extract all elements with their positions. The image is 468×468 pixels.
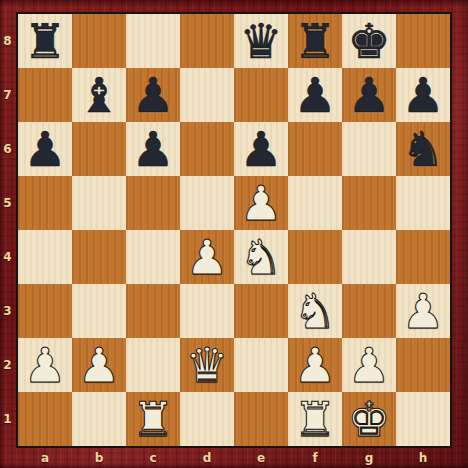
black-pawn: ♟: [401, 71, 444, 119]
square-a4[interactable]: [18, 230, 72, 284]
square-b1[interactable]: [72, 392, 126, 446]
square-e2[interactable]: [234, 338, 288, 392]
square-b4[interactable]: [72, 230, 126, 284]
square-a1[interactable]: [18, 392, 72, 446]
square-f5[interactable]: [288, 176, 342, 230]
rank-label-3: 3: [0, 303, 15, 319]
file-label-g: g: [357, 450, 381, 466]
black-pawn: ♟: [293, 71, 336, 119]
file-label-b: b: [87, 450, 111, 466]
white-rook: ♜: [293, 395, 336, 443]
square-e8[interactable]: ♛: [234, 14, 288, 68]
square-f7[interactable]: ♟: [288, 68, 342, 122]
black-rook: ♜: [23, 17, 66, 65]
file-label-a: a: [33, 450, 57, 466]
square-d7[interactable]: [180, 68, 234, 122]
square-f2[interactable]: ♟: [288, 338, 342, 392]
square-c4[interactable]: [126, 230, 180, 284]
square-f1[interactable]: ♜: [288, 392, 342, 446]
white-queen: ♛: [185, 341, 228, 389]
square-e7[interactable]: [234, 68, 288, 122]
square-e6[interactable]: ♟: [234, 122, 288, 176]
square-f3[interactable]: ♞: [288, 284, 342, 338]
white-knight: ♞: [239, 233, 282, 281]
board-frame: 87654321 abcdefgh ♜♛♜♚♝♟♟♟♟♟♟♟♞♟♟♞♞♟♟♟♛♟…: [0, 0, 468, 468]
square-c7[interactable]: ♟: [126, 68, 180, 122]
file-label-f: f: [303, 450, 327, 466]
square-h2[interactable]: [396, 338, 450, 392]
rank-label-5: 5: [0, 195, 15, 211]
square-d1[interactable]: [180, 392, 234, 446]
square-e4[interactable]: ♞: [234, 230, 288, 284]
square-a3[interactable]: [18, 284, 72, 338]
square-c3[interactable]: [126, 284, 180, 338]
square-b2[interactable]: ♟: [72, 338, 126, 392]
square-d4[interactable]: ♟: [180, 230, 234, 284]
board-outline: ♜♛♜♚♝♟♟♟♟♟♟♟♞♟♟♞♞♟♟♟♛♟♟♜♜♚: [16, 12, 452, 448]
chess-board: ♜♛♜♚♝♟♟♟♟♟♟♟♞♟♟♞♞♟♟♟♛♟♟♜♜♚: [18, 14, 450, 446]
white-pawn: ♟: [239, 179, 282, 227]
black-queen: ♛: [239, 17, 282, 65]
white-rook: ♜: [131, 395, 174, 443]
square-g3[interactable]: [342, 284, 396, 338]
square-a6[interactable]: ♟: [18, 122, 72, 176]
square-d3[interactable]: [180, 284, 234, 338]
square-h7[interactable]: ♟: [396, 68, 450, 122]
square-c8[interactable]: [126, 14, 180, 68]
file-label-e: e: [249, 450, 273, 466]
rank-label-4: 4: [0, 249, 15, 265]
square-g2[interactable]: ♟: [342, 338, 396, 392]
white-king: ♚: [347, 395, 390, 443]
square-d5[interactable]: [180, 176, 234, 230]
black-rook: ♜: [293, 17, 336, 65]
square-a5[interactable]: [18, 176, 72, 230]
white-pawn: ♟: [23, 341, 66, 389]
square-c5[interactable]: [126, 176, 180, 230]
black-pawn: ♟: [23, 125, 66, 173]
square-g4[interactable]: [342, 230, 396, 284]
rank-label-7: 7: [0, 87, 15, 103]
square-b6[interactable]: [72, 122, 126, 176]
square-a8[interactable]: ♜: [18, 14, 72, 68]
square-a7[interactable]: [18, 68, 72, 122]
square-f4[interactable]: [288, 230, 342, 284]
square-h6[interactable]: ♞: [396, 122, 450, 176]
black-pawn: ♟: [239, 125, 282, 173]
square-e5[interactable]: ♟: [234, 176, 288, 230]
square-b3[interactable]: [72, 284, 126, 338]
white-pawn: ♟: [185, 233, 228, 281]
square-g5[interactable]: [342, 176, 396, 230]
square-e3[interactable]: [234, 284, 288, 338]
white-pawn: ♟: [293, 341, 336, 389]
black-pawn: ♟: [131, 125, 174, 173]
black-king: ♚: [347, 17, 390, 65]
black-pawn: ♟: [347, 71, 390, 119]
square-d8[interactable]: [180, 14, 234, 68]
square-g1[interactable]: ♚: [342, 392, 396, 446]
square-h3[interactable]: ♟: [396, 284, 450, 338]
white-pawn: ♟: [77, 341, 120, 389]
square-c1[interactable]: ♜: [126, 392, 180, 446]
square-g6[interactable]: [342, 122, 396, 176]
square-h8[interactable]: [396, 14, 450, 68]
square-e1[interactable]: [234, 392, 288, 446]
square-f6[interactable]: [288, 122, 342, 176]
square-d2[interactable]: ♛: [180, 338, 234, 392]
square-c2[interactable]: [126, 338, 180, 392]
square-b7[interactable]: ♝: [72, 68, 126, 122]
square-g8[interactable]: ♚: [342, 14, 396, 68]
square-d6[interactable]: [180, 122, 234, 176]
square-h5[interactable]: [396, 176, 450, 230]
square-c6[interactable]: ♟: [126, 122, 180, 176]
square-h1[interactable]: [396, 392, 450, 446]
rank-label-2: 2: [0, 357, 15, 373]
square-b5[interactable]: [72, 176, 126, 230]
white-knight: ♞: [293, 287, 336, 335]
white-pawn: ♟: [401, 287, 444, 335]
black-knight: ♞: [401, 125, 444, 173]
black-pawn: ♟: [131, 71, 174, 119]
white-pawn: ♟: [347, 341, 390, 389]
file-label-c: c: [141, 450, 165, 466]
square-h4[interactable]: [396, 230, 450, 284]
rank-label-8: 8: [0, 33, 15, 49]
square-g7[interactable]: ♟: [342, 68, 396, 122]
square-a2[interactable]: ♟: [18, 338, 72, 392]
file-label-h: h: [411, 450, 435, 466]
rank-label-1: 1: [0, 411, 15, 427]
rank-label-6: 6: [0, 141, 15, 157]
square-f8[interactable]: ♜: [288, 14, 342, 68]
file-label-d: d: [195, 450, 219, 466]
square-b8[interactable]: [72, 14, 126, 68]
black-bishop: ♝: [77, 71, 120, 119]
